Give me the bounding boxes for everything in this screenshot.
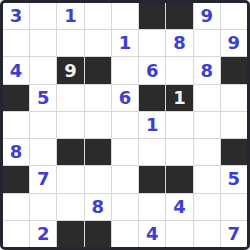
cell-r8c8-empty[interactable] xyxy=(194,194,220,220)
cell-r5c9-empty[interactable] xyxy=(221,112,247,138)
cell-r4c6-black xyxy=(139,85,165,111)
cell-r1c5-empty[interactable] xyxy=(112,3,138,29)
cell-r1c1-given: 3 xyxy=(3,3,29,29)
cell-r6c7-empty[interactable] xyxy=(166,139,192,165)
cell-r3c5-empty[interactable] xyxy=(112,57,138,83)
cell-r3c9-black xyxy=(221,57,247,83)
cell-r1c7-black xyxy=(166,3,192,29)
cell-r6c1-given: 8 xyxy=(3,139,29,165)
cell-r9c9-given: 7 xyxy=(221,221,247,247)
str8ts-board: 3191894968561187584247 xyxy=(0,0,250,250)
cell-r8c6-empty[interactable] xyxy=(139,194,165,220)
cell-r8c1-empty[interactable] xyxy=(3,194,29,220)
cell-r6c4-black xyxy=(85,139,111,165)
cell-r4c5-given: 6 xyxy=(112,85,138,111)
cell-r7c3-empty[interactable] xyxy=(57,166,83,192)
cell-r1c3-given: 1 xyxy=(57,3,83,29)
cell-r5c2-empty[interactable] xyxy=(30,112,56,138)
cell-r6c9-black xyxy=(221,139,247,165)
cell-r1c9-empty[interactable] xyxy=(221,3,247,29)
cell-r7c1-black xyxy=(3,166,29,192)
cell-r2c3-empty[interactable] xyxy=(57,30,83,56)
cell-r2c2-empty[interactable] xyxy=(30,30,56,56)
cell-r7c8-empty[interactable] xyxy=(194,166,220,192)
cell-r2c6-empty[interactable] xyxy=(139,30,165,56)
cell-r4c1-black xyxy=(3,85,29,111)
cell-r7c4-empty[interactable] xyxy=(85,166,111,192)
cell-r2c4-empty[interactable] xyxy=(85,30,111,56)
cell-r5c6-given: 1 xyxy=(139,112,165,138)
cell-r2c7-given: 8 xyxy=(166,30,192,56)
cell-r3c8-given: 8 xyxy=(194,57,220,83)
cell-r1c2-empty[interactable] xyxy=(30,3,56,29)
cell-r1c6-black xyxy=(139,3,165,29)
cell-r3c4-black xyxy=(85,57,111,83)
cell-r9c6-given: 4 xyxy=(139,221,165,247)
cell-r6c3-black xyxy=(57,139,83,165)
cell-r8c4-given: 8 xyxy=(85,194,111,220)
cell-r4c8-empty[interactable] xyxy=(194,85,220,111)
cell-r4c7-black: 1 xyxy=(166,85,192,111)
cell-r7c2-given: 7 xyxy=(30,166,56,192)
cell-r3c7-empty[interactable] xyxy=(166,57,192,83)
cell-r7c5-empty[interactable] xyxy=(112,166,138,192)
cell-r7c6-black xyxy=(139,166,165,192)
cell-r9c7-empty[interactable] xyxy=(166,221,192,247)
cell-r8c5-empty[interactable] xyxy=(112,194,138,220)
cell-r2c8-empty[interactable] xyxy=(194,30,220,56)
cell-r8c2-empty[interactable] xyxy=(30,194,56,220)
cell-r2c1-empty[interactable] xyxy=(3,30,29,56)
cell-r6c8-empty[interactable] xyxy=(194,139,220,165)
cell-r5c1-empty[interactable] xyxy=(3,112,29,138)
cell-r4c3-empty[interactable] xyxy=(57,85,83,111)
cell-r1c4-empty[interactable] xyxy=(85,3,111,29)
cell-r9c2-given: 2 xyxy=(30,221,56,247)
cell-r3c2-empty[interactable] xyxy=(30,57,56,83)
cell-r8c9-empty[interactable] xyxy=(221,194,247,220)
cell-r9c4-black xyxy=(85,221,111,247)
cell-r4c2-given: 5 xyxy=(30,85,56,111)
cell-r7c9-given: 5 xyxy=(221,166,247,192)
cell-r5c3-empty[interactable] xyxy=(57,112,83,138)
cell-r5c5-empty[interactable] xyxy=(112,112,138,138)
cell-r9c1-empty[interactable] xyxy=(3,221,29,247)
cell-r3c6-given: 6 xyxy=(139,57,165,83)
cell-r6c6-empty[interactable] xyxy=(139,139,165,165)
cell-r4c4-empty[interactable] xyxy=(85,85,111,111)
cell-r2c9-given: 9 xyxy=(221,30,247,56)
cell-r5c8-empty[interactable] xyxy=(194,112,220,138)
cell-r6c5-empty[interactable] xyxy=(112,139,138,165)
cell-r9c5-empty[interactable] xyxy=(112,221,138,247)
cell-r9c8-empty[interactable] xyxy=(194,221,220,247)
cell-r8c3-empty[interactable] xyxy=(57,194,83,220)
cell-r3c1-given: 4 xyxy=(3,57,29,83)
cell-r4c9-empty[interactable] xyxy=(221,85,247,111)
cell-r5c7-empty[interactable] xyxy=(166,112,192,138)
cell-r7c7-black xyxy=(166,166,192,192)
cell-r8c7-given: 4 xyxy=(166,194,192,220)
cell-r5c4-empty[interactable] xyxy=(85,112,111,138)
cell-r6c2-empty[interactable] xyxy=(30,139,56,165)
cell-r1c8-given: 9 xyxy=(194,3,220,29)
cell-r3c3-black: 9 xyxy=(57,57,83,83)
cell-r2c5-given: 1 xyxy=(112,30,138,56)
cell-r9c3-black xyxy=(57,221,83,247)
